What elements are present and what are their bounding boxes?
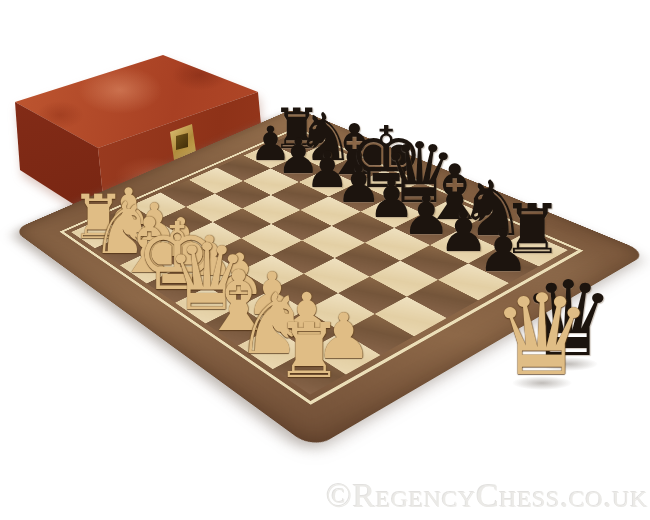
chess-set-photo: ©RegencyChess.co.uk ♜♞♝♛♚♝♞♜♟♟♟♟♟♟♟♟♟♟♟♟… (0, 0, 650, 520)
box-clasp-slot (176, 133, 188, 150)
watermark: ©RegencyChess.co.uk (326, 477, 648, 515)
piece-white-rook-a1[interactable]: ♜ (275, 314, 343, 390)
spare-white-queen[interactable]: ♛ (492, 279, 592, 391)
